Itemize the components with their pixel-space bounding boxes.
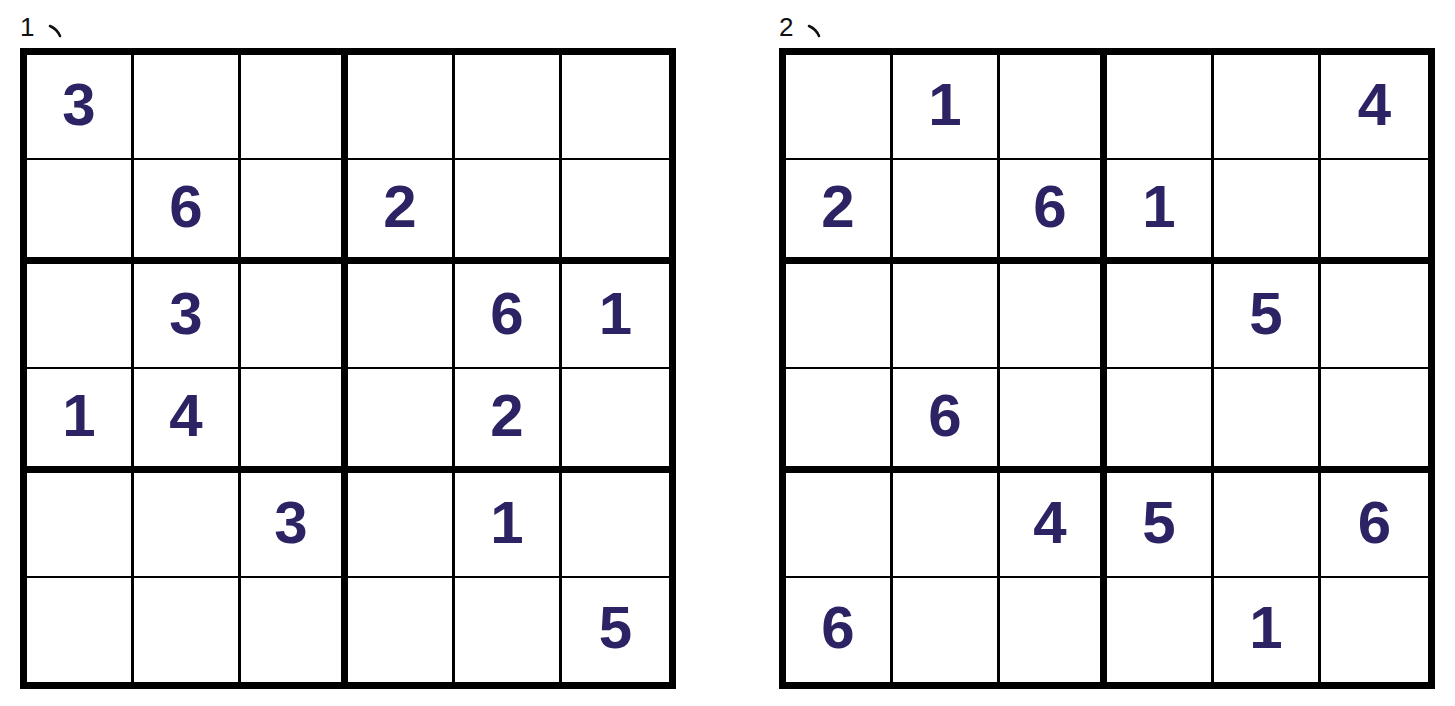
cell-r4c2: 4 [134, 369, 241, 474]
cell-r6c5: 1 [1214, 578, 1321, 683]
cell-r4c1[interactable] [786, 369, 893, 474]
cell-r2c2[interactable] [893, 160, 1000, 265]
cell-r2c4: 1 [1107, 160, 1214, 265]
puzzle-1-number: 1 [20, 12, 35, 43]
cell-r1c4[interactable] [348, 55, 455, 160]
cell-r1c2: 1 [893, 55, 1000, 160]
worksheet-page: 1 362361142315 2 142615645661 [0, 0, 1455, 706]
cell-r3c3[interactable] [1000, 264, 1107, 369]
puzzle-2-label: 2 [779, 6, 1435, 48]
cell-r4c5: 2 [455, 369, 562, 474]
cell-r4c4[interactable] [1107, 369, 1214, 474]
cell-r4c1: 1 [27, 369, 134, 474]
cell-r6c2[interactable] [134, 578, 241, 683]
cell-r2c4: 2 [348, 160, 455, 265]
puzzle-2: 2 142615645661 [779, 6, 1435, 706]
cell-r3c5: 5 [1214, 264, 1321, 369]
cell-r4c3[interactable] [1000, 369, 1107, 474]
cell-r5c3: 3 [241, 473, 348, 578]
cell-r1c5[interactable] [1214, 55, 1321, 160]
cell-r6c6[interactable] [1321, 578, 1428, 683]
cell-r2c6[interactable] [1321, 160, 1428, 265]
cell-r4c3[interactable] [241, 369, 348, 474]
cell-r5c4: 5 [1107, 473, 1214, 578]
puzzle-1: 1 362361142315 [20, 6, 676, 706]
cell-r2c5[interactable] [1214, 160, 1321, 265]
puzzle-2-number: 2 [779, 12, 794, 43]
cell-r6c5[interactable] [455, 578, 562, 683]
cell-r5c6: 6 [1321, 473, 1428, 578]
cell-r4c5[interactable] [1214, 369, 1321, 474]
cell-r3c6: 1 [562, 264, 669, 369]
ideographic-comma-icon [48, 15, 63, 46]
cell-r3c2: 3 [134, 264, 241, 369]
cell-r1c3[interactable] [241, 55, 348, 160]
cell-r3c3[interactable] [241, 264, 348, 369]
cell-r2c1[interactable] [27, 160, 134, 265]
cell-r5c2[interactable] [134, 473, 241, 578]
cell-r2c6[interactable] [562, 160, 669, 265]
cell-r1c5[interactable] [455, 55, 562, 160]
cell-r1c6: 4 [1321, 55, 1428, 160]
cell-r3c4[interactable] [1107, 264, 1214, 369]
cell-r5c4[interactable] [348, 473, 455, 578]
cell-r6c6: 5 [562, 578, 669, 683]
cell-r1c1: 3 [27, 55, 134, 160]
cell-r4c2: 6 [893, 369, 1000, 474]
cell-r1c6[interactable] [562, 55, 669, 160]
cell-r1c4[interactable] [1107, 55, 1214, 160]
cell-r5c6[interactable] [562, 473, 669, 578]
cell-r2c5[interactable] [455, 160, 562, 265]
cell-r1c3[interactable] [1000, 55, 1107, 160]
puzzle-1-label: 1 [20, 6, 676, 48]
cell-r3c2[interactable] [893, 264, 1000, 369]
cell-r2c3[interactable] [241, 160, 348, 265]
cell-r5c1[interactable] [786, 473, 893, 578]
cell-r6c1: 6 [786, 578, 893, 683]
cell-r6c3[interactable] [241, 578, 348, 683]
cell-r5c5: 1 [455, 473, 562, 578]
cell-r1c1[interactable] [786, 55, 893, 160]
ideographic-comma-icon [807, 15, 822, 46]
cell-r6c3[interactable] [1000, 578, 1107, 683]
cell-r4c6[interactable] [562, 369, 669, 474]
puzzle-1-board: 362361142315 [20, 48, 676, 689]
cell-r5c3: 4 [1000, 473, 1107, 578]
cell-r6c4[interactable] [1107, 578, 1214, 683]
cell-r2c1: 2 [786, 160, 893, 265]
cell-r5c5[interactable] [1214, 473, 1321, 578]
cell-r6c2[interactable] [893, 578, 1000, 683]
cell-r3c1[interactable] [27, 264, 134, 369]
cell-r4c4[interactable] [348, 369, 455, 474]
cell-r3c6[interactable] [1321, 264, 1428, 369]
cell-r3c5: 6 [455, 264, 562, 369]
cell-r3c4[interactable] [348, 264, 455, 369]
cell-r3c1[interactable] [786, 264, 893, 369]
cell-r6c4[interactable] [348, 578, 455, 683]
cell-r4c6[interactable] [1321, 369, 1428, 474]
cell-r6c1[interactable] [27, 578, 134, 683]
cell-r5c1[interactable] [27, 473, 134, 578]
cell-r1c2[interactable] [134, 55, 241, 160]
cell-r2c2: 6 [134, 160, 241, 265]
cell-r2c3: 6 [1000, 160, 1107, 265]
cell-r5c2[interactable] [893, 473, 1000, 578]
puzzle-2-board: 142615645661 [779, 48, 1435, 689]
